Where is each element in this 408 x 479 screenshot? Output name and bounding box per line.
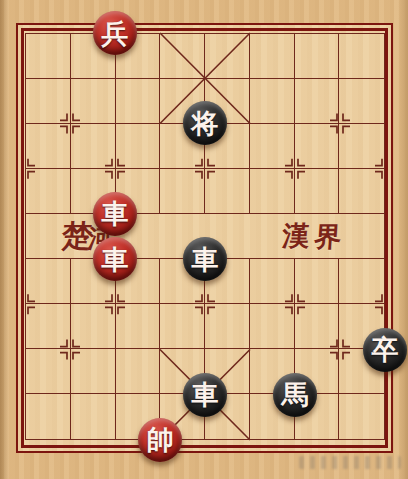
grid-cell: [160, 34, 205, 79]
grid-cell: [26, 394, 71, 439]
grid-cell: [250, 124, 295, 169]
grid-cell: [116, 79, 161, 124]
grid-cell: [26, 259, 71, 304]
grid-cell: [26, 304, 71, 349]
grid-cell: [160, 304, 205, 349]
grid-cell: [71, 124, 116, 169]
piece-glyph: 兵: [102, 20, 129, 47]
piece-glyph: 将: [192, 110, 219, 137]
grid-cell: [71, 304, 116, 349]
grid-cell: [339, 169, 384, 214]
grid-cell: [250, 259, 295, 304]
grid-cell: [250, 169, 295, 214]
grid-cell: [160, 169, 205, 214]
grid-cell: [295, 34, 340, 79]
river-text-han: 漢: [281, 218, 311, 254]
grid-cell: [26, 124, 71, 169]
piece-glyph: 帥: [147, 426, 174, 453]
piece-red-chariot-a[interactable]: 車: [93, 192, 137, 236]
grid-cell: [339, 124, 384, 169]
grid-cell: [26, 79, 71, 124]
grid-cell: [339, 34, 384, 79]
grid-cell: [71, 394, 116, 439]
river-text-jie: 界: [313, 219, 343, 255]
piece-black-pawn[interactable]: 卒: [363, 328, 407, 372]
piece-glyph: 車: [102, 200, 129, 227]
piece-black-chariot-a[interactable]: 車: [183, 237, 227, 281]
grid-cell: [295, 259, 340, 304]
grid-cell: [295, 124, 340, 169]
grid-cell: [250, 34, 295, 79]
grid-cell: [116, 349, 161, 394]
grid-cell: [116, 304, 161, 349]
piece-glyph: 車: [102, 246, 129, 273]
piece-red-chariot-b[interactable]: 車: [93, 237, 137, 281]
piece-glyph: 車: [192, 381, 219, 408]
grid-cell: [339, 259, 384, 304]
piece-red-general[interactable]: 帥: [138, 418, 182, 462]
piece-glyph: 車: [192, 246, 219, 273]
piece-red-pawn[interactable]: 兵: [93, 11, 137, 55]
grid-cell: [26, 349, 71, 394]
grid-cell: [26, 169, 71, 214]
grid-cell: [205, 304, 250, 349]
grid-cell: [71, 79, 116, 124]
grid-cell: [250, 304, 295, 349]
grid-cell: [339, 79, 384, 124]
piece-black-general[interactable]: 将: [183, 101, 227, 145]
xiangqi-board-screen: 楚 河 漢 界 兵将車車車卒車馬帥: [0, 0, 408, 479]
grid-cell: [295, 304, 340, 349]
grid-cell: [116, 124, 161, 169]
grid-cell: [295, 169, 340, 214]
watermark: [299, 456, 401, 469]
grid-cell: [339, 394, 384, 439]
grid-cell: [250, 79, 295, 124]
grid-cell: [26, 34, 71, 79]
grid-cell: [71, 349, 116, 394]
grid-cell: [295, 79, 340, 124]
piece-black-horse[interactable]: 馬: [273, 373, 317, 417]
piece-glyph: 卒: [372, 336, 399, 363]
grid-cell: [205, 169, 250, 214]
grid-cell: [205, 34, 250, 79]
piece-glyph: 馬: [282, 381, 309, 408]
grid-cell: [339, 214, 384, 259]
piece-black-chariot-b[interactable]: 車: [183, 373, 227, 417]
